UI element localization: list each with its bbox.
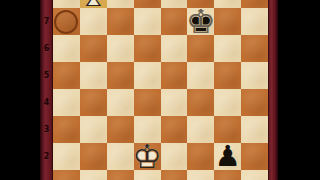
black-pawn[interactable]: ♟ xyxy=(214,143,241,170)
square-h3[interactable] xyxy=(241,116,268,143)
square-h7[interactable] xyxy=(241,8,268,35)
rank-label-7: 7 xyxy=(40,8,53,35)
rank-label-5: 5 xyxy=(40,62,53,89)
square-b6[interactable] xyxy=(80,35,107,62)
square-a6[interactable] xyxy=(53,35,80,62)
square-f1[interactable] xyxy=(187,170,214,180)
square-h2[interactable] xyxy=(241,143,268,170)
square-c1[interactable] xyxy=(107,170,134,180)
square-f2[interactable] xyxy=(187,143,214,170)
square-b5[interactable] xyxy=(80,62,107,89)
square-a7[interactable] xyxy=(53,8,80,35)
square-f4[interactable] xyxy=(187,89,214,116)
square-e5[interactable] xyxy=(161,62,188,89)
rank-label-3: 3 xyxy=(40,116,53,143)
square-d6[interactable] xyxy=(134,35,161,62)
square-e7[interactable] xyxy=(161,8,188,35)
rank-label-4: 4 xyxy=(40,89,53,116)
square-e8[interactable] xyxy=(161,0,188,8)
square-a8[interactable] xyxy=(53,0,80,8)
square-g6[interactable] xyxy=(214,35,241,62)
square-d7[interactable] xyxy=(134,8,161,35)
white-king[interactable]: ♚♔ xyxy=(134,143,161,170)
chess-video-frame: ♝♗♚♔♚♔♟ 765432 xyxy=(0,0,320,180)
rank-label-2: 2 xyxy=(40,143,53,170)
square-e4[interactable] xyxy=(161,89,188,116)
square-c5[interactable] xyxy=(107,62,134,89)
square-c8[interactable] xyxy=(107,0,134,8)
square-g5[interactable] xyxy=(214,62,241,89)
square-d4[interactable] xyxy=(134,89,161,116)
square-b4[interactable] xyxy=(80,89,107,116)
square-b7[interactable] xyxy=(80,8,107,35)
square-h4[interactable] xyxy=(241,89,268,116)
black-king[interactable]: ♚♔ xyxy=(187,8,214,35)
square-a3[interactable] xyxy=(53,116,80,143)
square-c3[interactable] xyxy=(107,116,134,143)
square-e2[interactable] xyxy=(161,143,188,170)
square-b3[interactable] xyxy=(80,116,107,143)
square-f5[interactable] xyxy=(187,62,214,89)
square-g7[interactable] xyxy=(214,8,241,35)
square-h5[interactable] xyxy=(241,62,268,89)
square-f6[interactable] xyxy=(187,35,214,62)
square-c7[interactable] xyxy=(107,8,134,35)
square-a1[interactable] xyxy=(53,170,80,180)
square-g2[interactable]: ♟ xyxy=(214,143,241,170)
board-frame-right xyxy=(268,0,278,180)
square-e1[interactable] xyxy=(161,170,188,180)
square-d2[interactable]: ♚♔ xyxy=(134,143,161,170)
square-a2[interactable] xyxy=(53,143,80,170)
square-f3[interactable] xyxy=(187,116,214,143)
square-h6[interactable] xyxy=(241,35,268,62)
rank-label-6: 6 xyxy=(40,35,53,62)
square-e3[interactable] xyxy=(161,116,188,143)
chess-board: ♝♗♚♔♚♔♟ xyxy=(53,0,268,180)
square-a5[interactable] xyxy=(53,62,80,89)
square-d8[interactable] xyxy=(134,0,161,8)
square-g1[interactable] xyxy=(214,170,241,180)
square-g8[interactable] xyxy=(214,0,241,8)
square-f7[interactable]: ♚♔ xyxy=(187,8,214,35)
white-bishop[interactable]: ♝♗ xyxy=(80,0,107,8)
square-e6[interactable] xyxy=(161,35,188,62)
square-c2[interactable] xyxy=(107,143,134,170)
square-h8[interactable] xyxy=(241,0,268,8)
square-g4[interactable] xyxy=(214,89,241,116)
square-c4[interactable] xyxy=(107,89,134,116)
square-a4[interactable] xyxy=(53,89,80,116)
circle-annotation-a7 xyxy=(54,10,78,34)
square-b1[interactable] xyxy=(80,170,107,180)
square-d5[interactable] xyxy=(134,62,161,89)
square-h1[interactable] xyxy=(241,170,268,180)
square-b8[interactable]: ♝♗ xyxy=(80,0,107,8)
square-b2[interactable] xyxy=(80,143,107,170)
square-c6[interactable] xyxy=(107,35,134,62)
square-d1[interactable] xyxy=(134,170,161,180)
